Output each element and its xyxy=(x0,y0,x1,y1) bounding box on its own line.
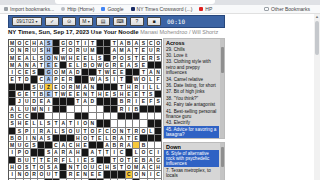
grid-cell[interactable]: T xyxy=(53,171,60,178)
grid-cell[interactable]: E xyxy=(133,135,140,142)
grid-cell[interactable]: B xyxy=(16,157,23,164)
grid-cell[interactable]: H xyxy=(31,40,38,47)
grid-cell[interactable]: F xyxy=(97,128,104,135)
grid-cell[interactable]: T xyxy=(126,135,133,142)
grid-cell[interactable]: T xyxy=(111,40,118,47)
grid-cell[interactable]: I xyxy=(75,157,82,164)
grid-cell[interactable] xyxy=(111,179,118,180)
grid-cell[interactable]: L xyxy=(148,128,155,135)
grid-cell[interactable]: O xyxy=(118,157,125,164)
grid-cell[interactable]: L xyxy=(104,135,111,142)
grid-cell[interactable]: G xyxy=(104,62,111,69)
grid-cell[interactable]: B xyxy=(111,142,118,149)
grid-cell[interactable]: T xyxy=(75,164,82,171)
grid-cell[interactable]: T xyxy=(118,76,125,83)
grid-cell[interactable]: A xyxy=(148,69,155,76)
grid-cell[interactable]: R xyxy=(60,149,67,156)
grid-cell[interactable]: O xyxy=(140,128,147,135)
grid-cell[interactable]: R xyxy=(126,98,133,105)
grid-cell[interactable]: E xyxy=(67,91,74,98)
grid-cell[interactable]: U xyxy=(24,157,31,164)
grid-cell[interactable] xyxy=(75,106,82,113)
grid-cell[interactable]: I xyxy=(9,69,16,76)
grid-cell[interactable] xyxy=(133,142,140,149)
grid-cell[interactable]: E xyxy=(104,91,111,98)
pause-stop-button[interactable]: ■ xyxy=(147,17,161,26)
grid-cell[interactable] xyxy=(9,179,16,180)
grid-cell[interactable]: A xyxy=(126,62,133,69)
grid-cell[interactable]: O xyxy=(140,76,147,83)
grid-cell[interactable]: I xyxy=(140,84,147,91)
grid-cell[interactable]: T xyxy=(75,40,82,47)
grid-cell[interactable]: G xyxy=(60,40,67,47)
grid-cell[interactable] xyxy=(89,113,96,120)
grid-cell[interactable]: H xyxy=(126,84,133,91)
grid-cell[interactable]: R xyxy=(75,47,82,54)
grid-cell[interactable]: M xyxy=(118,47,125,54)
grid-cell[interactable]: M xyxy=(9,55,16,62)
grid-cell[interactable] xyxy=(60,179,67,180)
grid-cell[interactable]: S xyxy=(148,91,155,98)
grid-cell[interactable]: E xyxy=(118,69,125,76)
grid-cell[interactable]: E xyxy=(111,69,118,76)
grid-cell[interactable]: L xyxy=(75,62,82,69)
grid-cell[interactable]: E xyxy=(133,91,140,98)
grid-cell[interactable]: T xyxy=(16,76,23,83)
grid-cell[interactable]: U xyxy=(148,47,155,54)
grid-cell[interactable]: S xyxy=(155,98,162,105)
grid-cell[interactable]: O xyxy=(140,149,147,156)
clue-item-selected[interactable]: 45. Advice for savoring a lasagna? xyxy=(164,126,219,138)
grid-cell[interactable]: S xyxy=(104,76,111,83)
grid-cell[interactable]: A xyxy=(60,142,67,149)
grid-cell[interactable] xyxy=(140,113,147,120)
grid-cell[interactable]: C xyxy=(38,76,45,83)
grid-cell[interactable]: M xyxy=(89,47,96,54)
grid-cell[interactable]: N xyxy=(118,128,125,135)
grid-cell[interactable]: C xyxy=(24,40,31,47)
grid-cell[interactable]: S xyxy=(111,164,118,171)
grid-cell[interactable]: G xyxy=(155,157,162,164)
grid-cell[interactable]: S xyxy=(16,128,23,135)
grid-cell[interactable]: T xyxy=(38,62,45,69)
grid-cell[interactable]: E xyxy=(45,91,52,98)
grid-cell[interactable]: T xyxy=(31,157,38,164)
grid-cell[interactable]: C xyxy=(97,164,104,171)
grid-cell[interactable]: B xyxy=(140,142,147,149)
reveal-button[interactable]: ⊙ xyxy=(62,17,76,26)
clue-item[interactable]: 7. Texas metroplex, to locals xyxy=(164,167,219,179)
grid-cell[interactable]: M xyxy=(9,62,16,69)
grid-cell[interactable]: J xyxy=(16,98,23,105)
grid-cell[interactable]: E xyxy=(82,157,89,164)
clue-item[interactable]: 40. Fairy tale antagonist xyxy=(164,102,219,108)
grid-cell[interactable]: E xyxy=(140,55,147,62)
grid-cell[interactable]: B xyxy=(9,113,16,120)
grid-cell[interactable]: H xyxy=(45,47,52,54)
grid-cell[interactable]: A xyxy=(140,164,147,171)
grid-cell[interactable]: C xyxy=(53,142,60,149)
grid-cell[interactable]: H xyxy=(9,164,16,171)
grid-cell[interactable]: N xyxy=(24,62,31,69)
grid-cell[interactable]: A xyxy=(24,55,31,62)
grid-cell[interactable]: T xyxy=(104,149,111,156)
grid-cell[interactable]: E xyxy=(140,47,147,54)
grid-cell[interactable]: R xyxy=(148,55,155,62)
grid-cell[interactable]: E xyxy=(67,62,74,69)
grid-cell[interactable]: B xyxy=(9,135,16,142)
grid-cell[interactable]: U xyxy=(38,84,45,91)
grid-cell[interactable]: O xyxy=(60,84,67,91)
grid-cell[interactable]: O xyxy=(45,55,52,62)
grid-cell[interactable]: O xyxy=(126,164,133,171)
grid-cell[interactable]: S xyxy=(31,69,38,76)
grid-cell[interactable]: A xyxy=(89,149,96,156)
keyboard-button[interactable]: ⌨ xyxy=(113,17,127,26)
grid-cell[interactable]: A xyxy=(118,40,125,47)
grid-cell[interactable]: C xyxy=(118,149,125,156)
grid-cell[interactable]: A xyxy=(148,157,155,164)
grid-cell[interactable]: I xyxy=(155,149,162,156)
grid-cell[interactable] xyxy=(155,179,162,180)
grid-cell[interactable]: S xyxy=(97,55,104,62)
grid-cell[interactable]: T xyxy=(126,128,133,135)
grid-cell[interactable]: G xyxy=(24,142,31,149)
clue-item[interactable]: 36. Date listing, for short xyxy=(164,82,219,88)
grid-cell[interactable]: F xyxy=(148,98,155,105)
grid-cell[interactable]: N xyxy=(16,47,23,54)
grid-cell[interactable] xyxy=(53,113,60,120)
grid-cell[interactable]: H xyxy=(104,164,111,171)
grid-cell[interactable]: T xyxy=(89,135,96,142)
grid-cell[interactable]: R xyxy=(67,76,74,83)
grid-cell[interactable]: S xyxy=(45,149,52,156)
grid-cell[interactable]: T xyxy=(67,120,74,127)
grid-cell[interactable] xyxy=(155,113,162,120)
grid-cell[interactable]: R xyxy=(67,171,74,178)
grid-cell[interactable]: T xyxy=(31,91,38,98)
grid-cell[interactable]: A xyxy=(118,135,125,142)
grid-cell[interactable]: A xyxy=(53,149,60,156)
grid-cell[interactable]: O xyxy=(38,171,45,178)
grid-cell[interactable]: M xyxy=(60,69,67,76)
bookmark-item[interactable]: Google xyxy=(101,6,123,12)
grid-cell[interactable]: E xyxy=(9,76,16,83)
grid-cell[interactable]: A xyxy=(126,47,133,54)
grid-cell[interactable]: U xyxy=(24,98,31,105)
grid-cell[interactable]: O xyxy=(118,55,125,62)
grid-cell[interactable]: E xyxy=(126,91,133,98)
grid-cell[interactable]: N xyxy=(155,69,162,76)
grid-cell[interactable]: E xyxy=(89,171,96,178)
help-button[interactable]: ? xyxy=(130,17,144,26)
grid-cell[interactable]: U xyxy=(75,128,82,135)
grid-cell[interactable]: C xyxy=(24,113,31,120)
grid-cell[interactable]: B xyxy=(133,106,140,113)
grid-cell[interactable] xyxy=(104,113,111,120)
grid-cell[interactable]: O xyxy=(82,120,89,127)
grid-cell[interactable]: M xyxy=(9,142,16,149)
grid-cell[interactable]: F xyxy=(155,76,162,83)
grid-cell[interactable]: H xyxy=(75,142,82,149)
grid-cell[interactable]: L xyxy=(155,84,162,91)
grid-cell[interactable]: W xyxy=(60,91,67,98)
grid-cell[interactable]: O xyxy=(24,171,31,178)
grid-cell[interactable] xyxy=(148,142,155,149)
grid-cell[interactable]: B xyxy=(140,157,147,164)
grid-cell[interactable]: L xyxy=(31,120,38,127)
grid-cell[interactable]: H xyxy=(16,120,23,127)
grid-cell[interactable]: S xyxy=(89,157,96,164)
grid-cell[interactable]: T xyxy=(89,91,96,98)
grid-cell[interactable] xyxy=(118,179,125,180)
grid-cell[interactable]: E xyxy=(140,98,147,105)
grid-cell[interactable]: G xyxy=(45,69,52,76)
grid-cell[interactable]: I xyxy=(9,149,16,156)
grid-cell[interactable]: N xyxy=(89,120,96,127)
grid-cell[interactable]: B xyxy=(126,40,133,47)
grid-cell[interactable] xyxy=(148,113,155,120)
grid-cell[interactable] xyxy=(111,120,118,127)
grid-cell[interactable] xyxy=(67,106,74,113)
grid-cell[interactable]: L xyxy=(67,157,74,164)
grid-cell[interactable] xyxy=(111,113,118,120)
across-scrollbar-thumb[interactable] xyxy=(221,47,224,73)
grid-cell[interactable]: R xyxy=(67,84,74,91)
grid-cell[interactable]: T xyxy=(53,120,60,127)
grid-cell[interactable] xyxy=(97,113,104,120)
grid-cell[interactable]: D xyxy=(89,98,96,105)
grid-cell[interactable]: S xyxy=(45,40,52,47)
grid-cell[interactable]: B xyxy=(118,98,125,105)
grid-cell[interactable]: H xyxy=(75,149,82,156)
grid-cell[interactable]: T xyxy=(118,164,125,171)
grid-cell[interactable]: A xyxy=(67,69,74,76)
grid-cell[interactable] xyxy=(118,120,125,127)
grid-cell[interactable]: W xyxy=(60,55,67,62)
clue-item[interactable]: 41. Best-selling personal finance guru xyxy=(164,108,219,120)
grid-cell[interactable] xyxy=(97,106,104,113)
address-field[interactable] xyxy=(55,0,215,4)
grid-cell[interactable]: C xyxy=(104,128,111,135)
grid-cell[interactable]: E xyxy=(24,69,31,76)
grid-cell[interactable]: T xyxy=(118,84,125,91)
grid-cell[interactable]: U xyxy=(24,106,31,113)
grid-cell[interactable]: A xyxy=(97,76,104,83)
grid-cell[interactable]: Z xyxy=(45,84,52,91)
grid-cell[interactable]: A xyxy=(45,76,52,83)
grid-cell[interactable]: N xyxy=(82,91,89,98)
grid-cell[interactable] xyxy=(16,179,23,180)
grid-cell[interactable]: P xyxy=(16,149,23,156)
grid-cell[interactable]: E xyxy=(82,55,89,62)
grid-cell[interactable] xyxy=(67,113,74,120)
grid-cell[interactable]: H xyxy=(118,91,125,98)
bookmark-item[interactable]: NY Times Crossword (...) xyxy=(131,6,193,12)
grid-cell[interactable]: O xyxy=(16,164,23,171)
other-bookmarks-button[interactable]: Other Bookmarks xyxy=(264,6,310,12)
grid-cell[interactable]: O xyxy=(24,149,31,156)
grid-cell[interactable] xyxy=(126,179,133,180)
grid-cell[interactable] xyxy=(45,113,52,120)
grid-cell[interactable]: B xyxy=(38,91,45,98)
grid-cell[interactable]: N xyxy=(31,135,38,142)
grid-cell[interactable]: P xyxy=(111,55,118,62)
grid-cell[interactable]: S xyxy=(38,47,45,54)
grid-cell[interactable]: E xyxy=(75,91,82,98)
grid-cell[interactable]: O xyxy=(111,128,118,135)
grid-cell[interactable]: E xyxy=(45,62,52,69)
grid-cell[interactable]: A xyxy=(9,106,16,113)
down-scrollbar[interactable] xyxy=(220,143,224,180)
grid-cell[interactable]: R xyxy=(38,128,45,135)
grid-cell[interactable]: R xyxy=(133,128,140,135)
grid-cell[interactable]: C xyxy=(16,69,23,76)
grid-cell[interactable]: R xyxy=(31,171,38,178)
grid-cell[interactable]: F xyxy=(60,47,67,54)
grid-cell[interactable]: W xyxy=(89,76,96,83)
clue-item-selected[interactable]: 6. Style of alternative rock with psyche… xyxy=(164,150,219,167)
grid-cell[interactable]: B xyxy=(82,62,89,69)
grid-cell[interactable]: E xyxy=(53,84,60,91)
grid-cell[interactable]: S xyxy=(111,91,118,98)
bookmark-item[interactable]: Http (Home) xyxy=(61,6,94,12)
grid-cell[interactable]: L xyxy=(53,128,60,135)
grid-cell[interactable]: H xyxy=(155,164,162,171)
grid-cell[interactable]: O xyxy=(16,40,23,47)
grid-cell[interactable]: E xyxy=(16,55,23,62)
grid-cell[interactable]: I xyxy=(148,171,155,178)
grid-cell[interactable] xyxy=(155,142,162,149)
grid-cell[interactable]: R xyxy=(118,142,125,149)
grid-cell[interactable]: I xyxy=(82,40,89,47)
grid-cell[interactable]: A xyxy=(38,135,45,142)
grid-cell[interactable]: S xyxy=(60,128,67,135)
grid-cell[interactable]: N xyxy=(82,171,89,178)
grid-cell[interactable]: A xyxy=(111,47,118,54)
grid-cell[interactable]: T xyxy=(140,69,147,76)
grid-cell[interactable]: L xyxy=(148,84,155,91)
grid-cell[interactable]: I xyxy=(133,98,140,105)
check-button[interactable]: ✓ xyxy=(45,17,59,26)
grid-cell[interactable]: T xyxy=(53,91,60,98)
grid-cell[interactable]: I xyxy=(24,135,31,142)
clue-item[interactable]: 8. Expression of amazement xyxy=(164,179,219,180)
grid-cell[interactable]: I xyxy=(126,106,133,113)
grid-cell[interactable] xyxy=(82,106,89,113)
grid-cell[interactable]: O xyxy=(89,128,96,135)
grid-cell[interactable]: E xyxy=(75,171,82,178)
grid-cell[interactable]: M xyxy=(31,106,38,113)
grid-cell[interactable] xyxy=(140,120,147,127)
grid-cell[interactable]: T xyxy=(38,157,45,164)
print-button[interactable]: ▤ xyxy=(96,17,110,26)
grid-cell[interactable] xyxy=(31,179,38,180)
grid-cell[interactable]: N xyxy=(38,106,45,113)
grid-cell[interactable]: O xyxy=(16,135,23,142)
grid-cell[interactable]: U xyxy=(82,47,89,54)
grid-cell[interactable]: U xyxy=(89,164,96,171)
grid-cell[interactable]: C xyxy=(126,171,133,178)
grid-cell[interactable]: L xyxy=(16,106,23,113)
grid-cell[interactable]: M xyxy=(75,84,82,91)
grid-cell[interactable]: C xyxy=(148,164,155,171)
grid-cell[interactable] xyxy=(126,120,133,127)
grid-cell[interactable]: I xyxy=(45,106,52,113)
window-scrollbar-thumb[interactable] xyxy=(315,21,319,55)
grid-cell[interactable]: S xyxy=(133,62,140,69)
grid-cell[interactable]: S xyxy=(24,164,31,171)
grid-cell[interactable]: N xyxy=(53,55,60,62)
grid-cell[interactable]: M xyxy=(133,164,140,171)
grid-cell[interactable]: A xyxy=(45,128,52,135)
grid-cell[interactable]: D xyxy=(31,98,38,105)
grid-cell[interactable]: W xyxy=(133,76,140,83)
grid-cell[interactable]: A xyxy=(67,149,74,156)
grid-cell[interactable]: T xyxy=(31,164,38,171)
grid-cell[interactable]: T xyxy=(82,128,89,135)
grid-cell[interactable]: E xyxy=(53,62,60,69)
grid-cell[interactable]: M xyxy=(9,40,16,47)
grid-cell[interactable]: R xyxy=(111,135,118,142)
down-scrollbar-thumb[interactable] xyxy=(221,147,224,167)
grid-cell[interactable] xyxy=(24,179,31,180)
grid-cell[interactable] xyxy=(140,179,147,180)
grid-cell[interactable] xyxy=(104,179,111,180)
grid-cell[interactable]: A xyxy=(16,62,23,69)
grid-cell[interactable]: E xyxy=(60,76,67,83)
mode-select[interactable]: M ▾ xyxy=(79,17,93,26)
grid-cell[interactable]: E xyxy=(24,120,31,127)
grid-cell[interactable]: U xyxy=(45,171,52,178)
grid-cell[interactable] xyxy=(75,179,82,180)
grid-cell[interactable]: C xyxy=(155,171,162,178)
grid-cell[interactable]: E xyxy=(97,135,104,142)
grid-cell[interactable]: N xyxy=(67,164,74,171)
grid-cell[interactable]: S xyxy=(38,55,45,62)
grid-cell[interactable]: E xyxy=(75,55,82,62)
grid-cell[interactable]: S xyxy=(45,120,52,127)
grid-cell[interactable]: A xyxy=(38,40,45,47)
grid-cell[interactable] xyxy=(60,113,67,120)
grid-cell[interactable]: S xyxy=(31,84,38,91)
grid-cell[interactable]: E xyxy=(118,62,125,69)
grid-cell[interactable]: L xyxy=(89,55,96,62)
grid-cell[interactable]: F xyxy=(60,157,67,164)
grid-cell[interactable]: U xyxy=(16,142,23,149)
grid-cell[interactable]: T xyxy=(133,55,140,62)
grid-cell[interactable]: O xyxy=(133,171,140,178)
grid-cell[interactable]: T xyxy=(111,157,118,164)
grid-cell[interactable]: O xyxy=(67,128,74,135)
grid-cell[interactable]: H xyxy=(97,91,104,98)
grid-cell[interactable]: S xyxy=(45,164,52,171)
grid-cell[interactable]: S xyxy=(45,135,52,142)
grid-cell[interactable]: D xyxy=(75,69,82,76)
grid-cell[interactable]: G xyxy=(16,91,23,98)
grid-cell[interactable]: L xyxy=(38,120,45,127)
scroll-up-arrow[interactable]: ▲ xyxy=(314,14,320,20)
grid-cell[interactable]: L xyxy=(133,149,140,156)
puzzle-date-select[interactable]: 09/17/23 ▾ xyxy=(12,17,42,26)
grid-cell[interactable]: O xyxy=(155,40,162,47)
grid-cell[interactable]: D xyxy=(24,76,31,83)
grid-cell[interactable]: E xyxy=(97,171,104,178)
grid-cell[interactable]: O xyxy=(82,164,89,171)
grid-cell[interactable]: E xyxy=(140,62,147,69)
grid-cell[interactable]: A xyxy=(60,120,67,127)
grid-cell[interactable] xyxy=(89,106,96,113)
